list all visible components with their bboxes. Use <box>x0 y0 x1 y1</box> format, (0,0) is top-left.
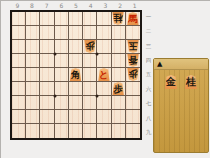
square-9-5[interactable] <box>12 68 26 82</box>
square-8-9[interactable] <box>26 124 40 138</box>
square-4-1[interactable] <box>83 12 97 26</box>
column-label-1: 1 <box>127 2 142 9</box>
star-point-2 <box>96 52 99 55</box>
column-label-2: 2 <box>113 2 128 9</box>
square-7-6[interactable] <box>40 82 54 96</box>
square-6-9[interactable] <box>55 124 69 138</box>
square-7-7[interactable] <box>40 96 54 110</box>
square-6-1[interactable] <box>55 12 69 26</box>
square-2-9[interactable] <box>112 124 126 138</box>
column-label-6: 6 <box>54 2 69 9</box>
square-8-2[interactable] <box>26 26 40 40</box>
column-label-5: 5 <box>69 2 84 9</box>
piece-sente-歩-26: 歩 <box>112 82 124 95</box>
piece-sente-馬-11: 馬 <box>127 12 139 25</box>
square-2-7[interactable] <box>112 96 126 110</box>
row-labels: 一二三四五六七八九 <box>144 10 153 140</box>
square-9-2[interactable] <box>12 26 26 40</box>
column-label-4: 4 <box>83 2 98 9</box>
square-7-2[interactable] <box>40 26 54 40</box>
piece-gote-玉-13: 玉 <box>127 40 139 53</box>
square-7-8[interactable] <box>40 110 54 124</box>
square-3-8[interactable] <box>97 110 111 124</box>
square-3-3[interactable] <box>97 40 111 54</box>
square-6-3[interactable] <box>55 40 69 54</box>
square-4-4[interactable] <box>83 54 97 68</box>
row-label-4: 四 <box>144 53 153 67</box>
shogi-diagram: 987654321 桂馬歩玉香角と歩歩 一二三四五六七八九 ▲ 金桂 <box>0 0 210 158</box>
square-8-7[interactable] <box>26 96 40 110</box>
square-6-4[interactable] <box>55 54 69 68</box>
square-8-6[interactable] <box>26 82 40 96</box>
square-6-5[interactable] <box>55 68 69 82</box>
square-6-8[interactable] <box>55 110 69 124</box>
square-4-5[interactable] <box>83 68 97 82</box>
square-8-4[interactable] <box>26 54 40 68</box>
square-1-4[interactable]: 香 <box>126 54 140 68</box>
square-2-6[interactable]: 歩 <box>112 82 126 96</box>
square-7-9[interactable] <box>40 124 54 138</box>
square-4-2[interactable] <box>83 26 97 40</box>
row-label-5: 五 <box>144 68 153 82</box>
square-9-6[interactable] <box>12 82 26 96</box>
piece-sente-角-55: 角 <box>69 68 81 81</box>
row-label-8: 八 <box>144 111 153 125</box>
square-2-8[interactable] <box>112 110 126 124</box>
square-5-6[interactable] <box>69 82 83 96</box>
square-2-4[interactable] <box>112 54 126 68</box>
square-7-5[interactable] <box>40 68 54 82</box>
square-3-4[interactable] <box>97 54 111 68</box>
square-9-1[interactable] <box>12 12 26 26</box>
square-1-7[interactable] <box>126 96 140 110</box>
column-label-8: 8 <box>25 2 40 9</box>
square-6-6[interactable] <box>55 82 69 96</box>
square-2-1[interactable]: 桂 <box>112 12 126 26</box>
shogi-board[interactable]: 桂馬歩玉香角と歩歩 <box>10 10 142 140</box>
square-6-7[interactable] <box>55 96 69 110</box>
square-1-2[interactable] <box>126 26 140 40</box>
row-label-6: 六 <box>144 82 153 96</box>
square-9-8[interactable] <box>12 110 26 124</box>
square-1-9[interactable] <box>126 124 140 138</box>
column-label-3: 3 <box>98 2 113 9</box>
row-label-2: 二 <box>144 24 153 38</box>
square-2-3[interactable] <box>112 40 126 54</box>
square-4-8[interactable] <box>83 110 97 124</box>
square-5-7[interactable] <box>69 96 83 110</box>
square-7-1[interactable] <box>40 12 54 26</box>
square-5-2[interactable] <box>69 26 83 40</box>
square-8-8[interactable] <box>26 110 40 124</box>
square-1-5[interactable]: 歩 <box>126 68 140 82</box>
square-8-3[interactable] <box>26 40 40 54</box>
square-7-4[interactable] <box>40 54 54 68</box>
row-label-9: 九 <box>144 126 153 140</box>
square-7-3[interactable] <box>40 40 54 54</box>
piece-gote-香-14: 香 <box>127 54 139 67</box>
square-9-3[interactable] <box>12 40 26 54</box>
star-point-3 <box>53 95 56 98</box>
sente-turn-marker: ▲ <box>157 60 162 68</box>
column-labels: 987654321 <box>10 2 142 9</box>
square-2-2[interactable] <box>112 26 126 40</box>
square-3-2[interactable] <box>97 26 111 40</box>
square-4-6[interactable] <box>83 82 97 96</box>
komadai-sente: ▲ 金桂 <box>153 58 209 153</box>
piece-sente-と-35: と <box>98 68 110 81</box>
square-8-5[interactable] <box>26 68 40 82</box>
hand-piece-桂[interactable]: 桂 <box>185 75 198 89</box>
row-label-3: 三 <box>144 39 153 53</box>
square-4-3[interactable]: 歩 <box>83 40 97 54</box>
piece-gote-歩-15: 歩 <box>127 68 139 81</box>
square-3-6[interactable] <box>97 82 111 96</box>
piece-gote-桂-21: 桂 <box>112 12 124 25</box>
star-point-1 <box>53 52 56 55</box>
star-point-4 <box>96 95 99 98</box>
square-5-1[interactable] <box>69 12 83 26</box>
square-2-5[interactable] <box>112 68 126 82</box>
piece-gote-歩-43: 歩 <box>84 40 96 53</box>
square-5-4[interactable] <box>69 54 83 68</box>
square-1-8[interactable] <box>126 110 140 124</box>
row-label-7: 七 <box>144 97 153 111</box>
square-4-9[interactable] <box>83 124 97 138</box>
square-1-1[interactable]: 馬 <box>126 12 140 26</box>
square-1-6[interactable] <box>126 82 140 96</box>
square-4-7[interactable] <box>83 96 97 110</box>
square-9-4[interactable] <box>12 54 26 68</box>
hand-piece-金[interactable]: 金 <box>165 75 178 89</box>
square-6-2[interactable] <box>55 26 69 40</box>
sente-hand-tray: 金桂 <box>154 75 208 89</box>
column-label-7: 7 <box>39 2 54 9</box>
square-3-9[interactable] <box>97 124 111 138</box>
square-3-5[interactable]: と <box>97 68 111 82</box>
square-5-9[interactable] <box>69 124 83 138</box>
square-5-3[interactable] <box>69 40 83 54</box>
square-1-3[interactable]: 玉 <box>126 40 140 54</box>
square-9-7[interactable] <box>12 96 26 110</box>
row-label-1: 一 <box>144 10 153 24</box>
column-label-9: 9 <box>10 2 25 9</box>
square-3-7[interactable] <box>97 96 111 110</box>
square-5-8[interactable] <box>69 110 83 124</box>
square-9-9[interactable] <box>12 124 26 138</box>
square-5-5[interactable]: 角 <box>69 68 83 82</box>
square-3-1[interactable] <box>97 12 111 26</box>
square-8-1[interactable] <box>26 12 40 26</box>
